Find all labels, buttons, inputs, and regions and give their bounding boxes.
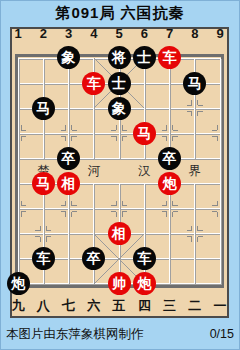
- piece-black-卒[interactable]: 卒: [57, 147, 80, 170]
- piece-black-马[interactable]: 马: [183, 72, 206, 95]
- piece-red-炮[interactable]: 炮: [158, 172, 181, 195]
- file-label-bottom: 六: [83, 299, 105, 313]
- piece-black-象[interactable]: 象: [57, 46, 80, 69]
- file-label-top: 3: [58, 27, 80, 41]
- piece-black-将[interactable]: 将: [108, 46, 131, 69]
- piece-red-相[interactable]: 相: [108, 222, 131, 245]
- piece-red-车[interactable]: 车: [158, 46, 181, 69]
- file-label-bottom: 一: [209, 299, 231, 313]
- piece-black-马[interactable]: 马: [32, 97, 55, 120]
- piece-black-象[interactable]: 象: [108, 97, 131, 120]
- piece-black-士[interactable]: 士: [108, 72, 131, 95]
- file-label-top: 8: [184, 27, 206, 41]
- piece-black-卒[interactable]: 卒: [82, 247, 105, 270]
- file-label-bottom: 五: [108, 299, 130, 313]
- file-label-top: 2: [32, 27, 54, 41]
- file-label-bottom: 四: [133, 299, 155, 313]
- file-label-top: 5: [108, 27, 130, 41]
- file-label-bottom: 八: [32, 299, 54, 313]
- piece-black-卒[interactable]: 卒: [158, 147, 181, 170]
- piece-red-帅[interactable]: 帅: [108, 272, 131, 295]
- file-label-top: 9: [209, 27, 231, 41]
- puzzle-title: 第091局 六国抗秦: [0, 3, 240, 23]
- move-counter: 0/15: [210, 327, 234, 341]
- footer-bar: 本图片由东萍象棋网制作 0/15: [0, 322, 240, 346]
- credit-text: 本图片由东萍象棋网制作: [6, 326, 144, 343]
- piece-red-马[interactable]: 马: [32, 172, 55, 195]
- file-label-bottom: 九: [7, 299, 29, 313]
- xiangqi-board[interactable]: 象将士车车士马马象马卒卒马相炮相车卒车炮帅炮: [5, 45, 232, 296]
- piece-black-车[interactable]: 车: [133, 247, 156, 270]
- file-label-top: 4: [83, 27, 105, 41]
- file-label-bottom: 三: [159, 299, 181, 313]
- file-label-bottom: 二: [184, 299, 206, 313]
- piece-red-马[interactable]: 马: [133, 122, 156, 145]
- piece-black-炮[interactable]: 炮: [7, 272, 30, 295]
- file-label-bottom: 七: [58, 299, 80, 313]
- piece-red-炮[interactable]: 炮: [133, 272, 156, 295]
- piece-black-车[interactable]: 车: [32, 247, 55, 270]
- file-label-top: 6: [133, 27, 155, 41]
- piece-black-士[interactable]: 士: [133, 46, 156, 69]
- xiangqi-app: 第091局 六国抗秦 123456789九八七六五四三二一 楚河汉界 象将士车车…: [0, 0, 240, 350]
- piece-red-车[interactable]: 车: [82, 72, 105, 95]
- file-label-top: 1: [7, 27, 29, 41]
- piece-red-相[interactable]: 相: [57, 172, 80, 195]
- file-label-top: 7: [159, 27, 181, 41]
